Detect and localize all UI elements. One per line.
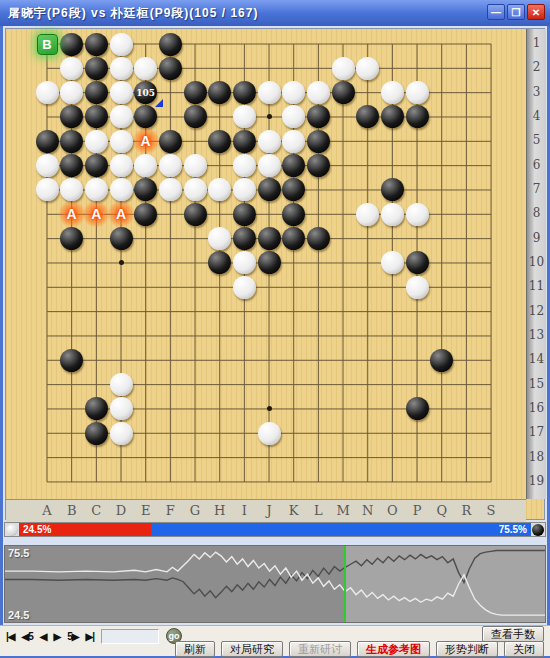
white-stone-K5 xyxy=(282,130,305,153)
column-label: N xyxy=(359,503,377,518)
row-coordinate-strip: 12345678910111213141516171819 xyxy=(526,29,546,499)
black-stone-L6 xyxy=(307,154,330,177)
black-stone-F1 xyxy=(159,33,182,56)
row-label: 15 xyxy=(527,377,546,391)
black-stone-F2 xyxy=(159,57,182,80)
last-move-triangle-icon xyxy=(155,99,163,107)
black-stone-P16 xyxy=(406,397,429,420)
white-stone-E2 xyxy=(134,57,157,80)
white-stone-P3 xyxy=(406,81,429,104)
nav-back-5-button[interactable]: ◀5 xyxy=(22,631,33,642)
action-button-对局研究[interactable]: 对局研究 xyxy=(221,641,283,657)
white-stone-G6 xyxy=(184,154,207,177)
winrate-graph[interactable]: 75.5 24.5 xyxy=(4,545,546,623)
white-player-icon xyxy=(6,524,18,536)
row-label: 4 xyxy=(527,109,546,123)
column-label: E xyxy=(137,503,155,518)
black-stone-G4 xyxy=(184,105,207,128)
black-stone-C3 xyxy=(85,81,108,104)
window-controls: — ❐ ✕ xyxy=(487,4,545,20)
white-stone-O3 xyxy=(381,81,404,104)
ai-alt-move-marker-a[interactable]: A xyxy=(133,128,159,154)
white-stone-J5 xyxy=(258,130,281,153)
graph-max-label: 75.5 xyxy=(8,547,29,559)
white-stone-N8 xyxy=(356,203,379,226)
go-board[interactable]: 12345678910111213141516171819 ABCDEFGHIJ… xyxy=(5,28,545,520)
black-stone-P10 xyxy=(406,251,429,274)
close-icon[interactable]: ✕ xyxy=(527,4,545,20)
column-label: L xyxy=(309,503,327,518)
white-stone-D5 xyxy=(110,130,133,153)
black-winrate-value: 75.5% xyxy=(495,524,531,535)
column-label: K xyxy=(285,503,303,518)
black-stone-J7 xyxy=(258,178,281,201)
column-coordinate-strip: ABCDEFGHIJKLMNOPQRS xyxy=(6,499,526,522)
white-stone-D16 xyxy=(110,397,133,420)
row-label: 5 xyxy=(527,133,546,147)
black-stone-M3 xyxy=(332,81,355,104)
ai-alt-move-marker-a[interactable]: A xyxy=(108,201,134,227)
black-stone-I9 xyxy=(233,227,256,250)
column-label: R xyxy=(457,503,475,518)
white-winrate-segment: 24.5% xyxy=(19,523,151,536)
black-stone-F5 xyxy=(159,130,182,153)
white-stone-A6 xyxy=(36,154,59,177)
black-stone-I3 xyxy=(233,81,256,104)
move-navigation: |◀◀5◀▶5▶▶|go xyxy=(6,628,182,644)
white-stone-P11 xyxy=(406,276,429,299)
white-stone-P8 xyxy=(406,203,429,226)
black-stone-C1 xyxy=(85,33,108,56)
black-stone-E8 xyxy=(134,203,157,226)
row-label: 11 xyxy=(527,279,546,293)
black-stone-E3: 105 xyxy=(134,81,157,104)
current-move-marker[interactable] xyxy=(344,546,346,622)
graph-min-label: 24.5 xyxy=(8,609,29,621)
ai-alt-move-marker-a[interactable]: A xyxy=(83,201,109,227)
white-stone-G7 xyxy=(184,178,207,201)
nav-forward-5-button[interactable]: 5▶ xyxy=(67,631,78,642)
white-stone-J17 xyxy=(258,422,281,445)
black-stone-C2 xyxy=(85,57,108,80)
row-label: 3 xyxy=(527,85,546,99)
maximize-icon[interactable]: ❐ xyxy=(507,4,525,20)
column-label: S xyxy=(482,503,500,518)
row-label: 17 xyxy=(527,425,546,439)
column-label: Q xyxy=(433,503,451,518)
white-stone-D17 xyxy=(110,422,133,445)
ai-best-move-marker-b[interactable]: B xyxy=(37,34,58,55)
black-stone-I8 xyxy=(233,203,256,226)
white-stone-M2 xyxy=(332,57,355,80)
column-label: G xyxy=(186,503,204,518)
window-title: 屠晓宇(P6段) vs 朴廷桓(P9段)(105 / 167) xyxy=(0,5,258,22)
black-stone-G3 xyxy=(184,81,207,104)
white-stone-A7 xyxy=(36,178,59,201)
white-stone-D3 xyxy=(110,81,133,104)
column-label: F xyxy=(161,503,179,518)
column-label: C xyxy=(87,503,105,518)
black-winrate-segment: 75.5% xyxy=(151,523,531,536)
row-label: 19 xyxy=(527,474,546,488)
black-stone-H5 xyxy=(208,130,231,153)
white-stone-N2 xyxy=(356,57,379,80)
action-button-关闭[interactable]: 关闭 xyxy=(504,641,544,657)
row-label: 12 xyxy=(527,304,546,318)
ai-alt-move-marker-a[interactable]: A xyxy=(59,201,85,227)
white-stone-B2 xyxy=(60,57,83,80)
action-button-生成参考图[interactable]: 生成参考图 xyxy=(357,641,430,657)
title-bar[interactable]: 屠晓宇(P6段) vs 朴廷桓(P9段)(105 / 167) — ❐ ✕ xyxy=(0,0,550,26)
column-label: D xyxy=(112,503,130,518)
column-label: M xyxy=(334,503,352,518)
white-stone-F6 xyxy=(159,154,182,177)
black-stone-C6 xyxy=(85,154,108,177)
column-label: J xyxy=(260,503,278,518)
white-stone-D4 xyxy=(110,105,133,128)
column-label: H xyxy=(211,503,229,518)
app-window: 屠晓宇(P6段) vs 朴廷桓(P9段)(105 / 167) — ❐ ✕ 12… xyxy=(0,0,550,658)
action-buttons: 刷新对局研究重新研讨生成参考图形势判断关闭 xyxy=(175,641,544,657)
white-stone-J6 xyxy=(258,154,281,177)
black-player-icon xyxy=(532,524,544,536)
row-label: 9 xyxy=(527,231,546,245)
black-stone-G8 xyxy=(184,203,207,226)
white-stone-J3 xyxy=(258,81,281,104)
black-stone-B1 xyxy=(60,33,83,56)
black-stone-P4 xyxy=(406,105,429,128)
black-stone-L9 xyxy=(307,227,330,250)
action-button-形势判断[interactable]: 形势判断 xyxy=(436,641,498,657)
minimize-icon[interactable]: — xyxy=(487,4,505,20)
nav-first-button[interactable]: |◀ xyxy=(6,631,15,642)
action-button-刷新[interactable]: 刷新 xyxy=(175,641,215,657)
control-bar: |◀◀5◀▶5▶▶|go 查看手数 刷新对局研究重新研讨生成参考图形势判断关闭 xyxy=(0,625,550,656)
black-stone-I5 xyxy=(233,130,256,153)
column-label: A xyxy=(38,503,56,518)
white-stone-D6 xyxy=(110,154,133,177)
white-stone-L3 xyxy=(307,81,330,104)
white-stone-D1 xyxy=(110,33,133,56)
white-stone-A3 xyxy=(36,81,59,104)
column-label: O xyxy=(383,503,401,518)
column-label: P xyxy=(408,503,426,518)
black-stone-Q14 xyxy=(430,349,453,372)
row-label: 18 xyxy=(527,450,546,464)
black-stone-A5 xyxy=(36,130,59,153)
last-move-number: 105 xyxy=(134,81,157,104)
white-stone-O8 xyxy=(381,203,404,226)
row-label: 6 xyxy=(527,158,546,172)
move-number-input[interactable] xyxy=(101,629,159,644)
nav-last-button[interactable]: ▶| xyxy=(85,631,94,642)
row-label: 1 xyxy=(527,36,546,50)
black-stone-D9 xyxy=(110,227,133,250)
black-stone-B5 xyxy=(60,130,83,153)
winrate-bar: 24.5% 75.5% xyxy=(4,522,546,537)
black-stone-C17 xyxy=(85,422,108,445)
nav-forward-1-button[interactable]: ▶ xyxy=(53,631,60,642)
action-button-重新研讨[interactable]: 重新研讨 xyxy=(289,641,351,657)
white-stone-I11 xyxy=(233,276,256,299)
winrate-curves xyxy=(5,546,545,622)
column-label: I xyxy=(235,503,253,518)
row-label: 13 xyxy=(527,328,546,342)
row-label: 10 xyxy=(527,255,546,269)
board-grid xyxy=(6,29,546,521)
view-move-numbers-button[interactable]: 查看手数 xyxy=(482,626,544,642)
white-stone-D2 xyxy=(110,57,133,80)
white-stone-C5 xyxy=(85,130,108,153)
white-stone-D15 xyxy=(110,373,133,396)
black-stone-J9 xyxy=(258,227,281,250)
black-stone-K8 xyxy=(282,203,305,226)
white-stone-D7 xyxy=(110,178,133,201)
white-stone-I6 xyxy=(233,154,256,177)
black-stone-J10 xyxy=(258,251,281,274)
row-label: 7 xyxy=(527,182,546,196)
row-label: 16 xyxy=(527,401,546,415)
black-stone-L5 xyxy=(307,130,330,153)
row-label: 2 xyxy=(527,60,546,74)
white-winrate-value: 24.5% xyxy=(19,524,55,535)
column-label: B xyxy=(63,503,81,518)
black-stone-B14 xyxy=(60,349,83,372)
nav-back-1-button[interactable]: ◀ xyxy=(40,631,47,642)
row-label: 14 xyxy=(527,352,546,366)
row-label: 8 xyxy=(527,206,546,220)
